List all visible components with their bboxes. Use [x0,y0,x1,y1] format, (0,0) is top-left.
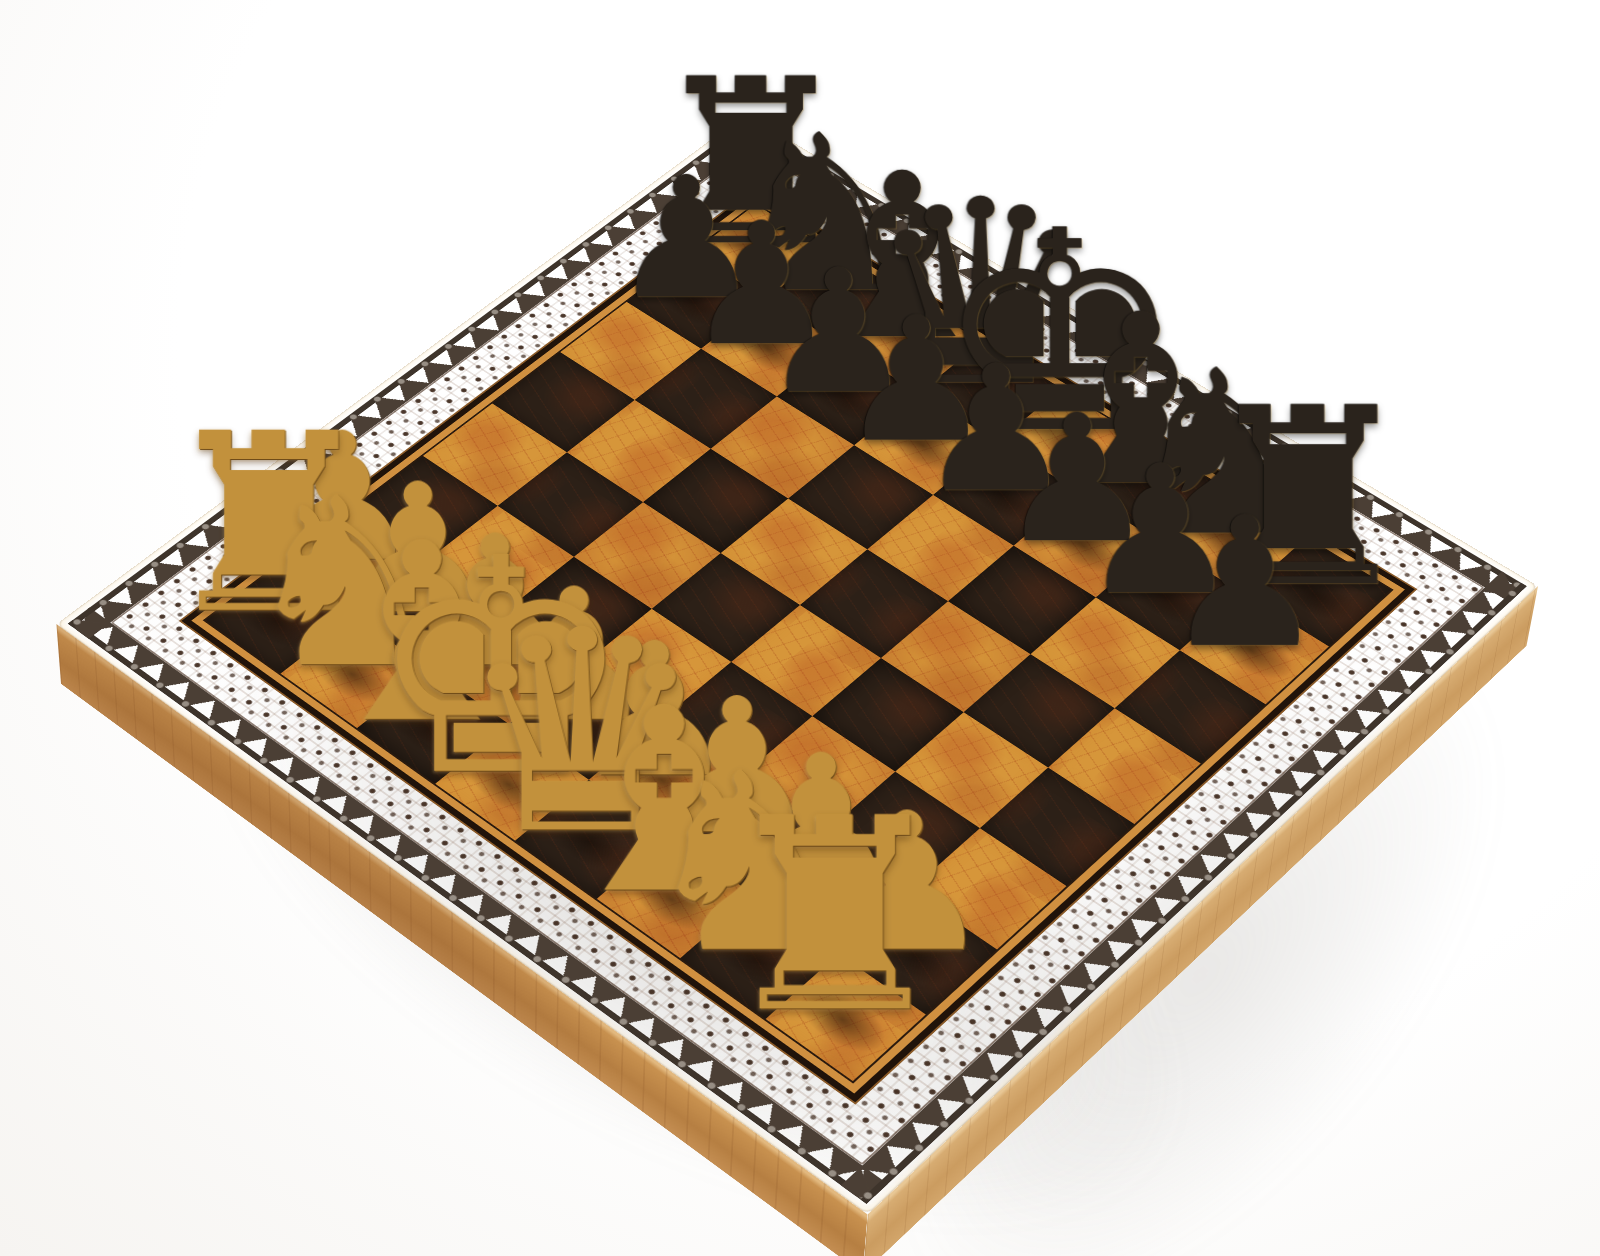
gold-rook-glyph: ♜ [715,790,954,1043]
studio-scene: ♜♞♝♛♚♝♞♜♟♟♟♟♟♟♟♟♟♟♟♟♟♟♟♟♜♞♝♚♛♝♞♜ [0,0,1600,1256]
black-pawn-glyph: ♟ [1164,497,1325,668]
